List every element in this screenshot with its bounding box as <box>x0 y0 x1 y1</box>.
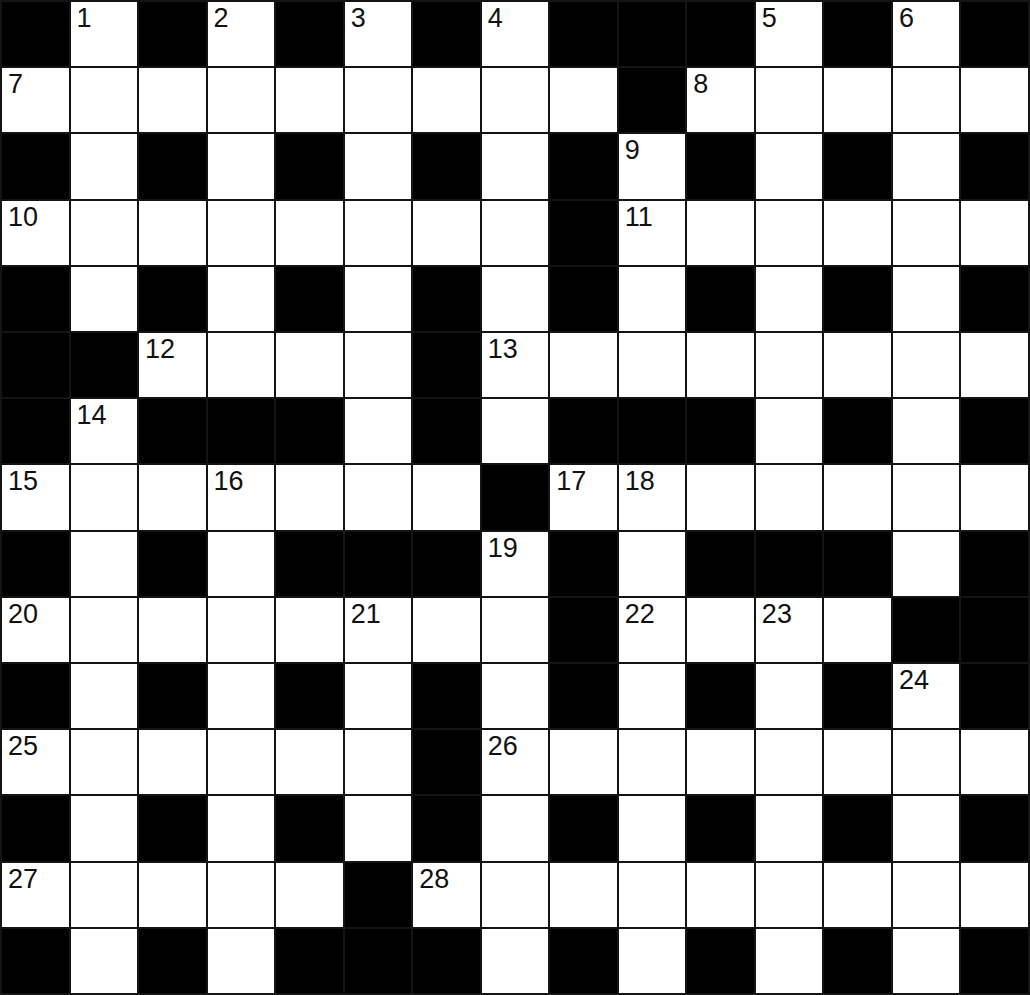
block-cell-r9c13 <box>824 532 891 596</box>
cell-r12c12[interactable] <box>756 730 823 794</box>
cell-r6c11[interactable] <box>687 333 754 397</box>
cell-r8c10[interactable]: 18 <box>619 465 686 529</box>
cell-r5c10[interactable] <box>619 267 686 331</box>
cell-r9c14[interactable] <box>893 532 960 596</box>
block-cell-r15c13 <box>824 929 891 993</box>
cell-r1c4[interactable]: 2 <box>208 2 275 66</box>
clue-number-11: 11 <box>625 203 653 231</box>
block-cell-r3c1 <box>2 134 69 198</box>
clue-number-10: 10 <box>8 203 38 231</box>
block-cell-r6c1 <box>2 333 69 397</box>
clue-number-21: 21 <box>351 600 381 628</box>
cell-r14c1[interactable]: 27 <box>2 863 69 927</box>
block-cell-r5c7 <box>413 267 480 331</box>
block-cell-r9c5 <box>276 532 343 596</box>
cell-r15c8[interactable] <box>482 929 549 993</box>
clue-number-12: 12 <box>145 335 175 363</box>
block-cell-r7c7 <box>413 399 480 463</box>
clue-number-3: 3 <box>351 4 366 32</box>
block-cell-r15c6 <box>345 929 412 993</box>
cell-r12c8[interactable]: 26 <box>482 730 549 794</box>
cell-r4c3[interactable] <box>139 201 206 265</box>
clue-number-5: 5 <box>762 4 777 32</box>
block-cell-r11c13 <box>824 664 891 728</box>
clue-number-4: 4 <box>488 4 503 32</box>
cell-r2c11[interactable]: 8 <box>687 68 754 132</box>
clue-number-13: 13 <box>488 335 518 363</box>
block-cell-r7c10 <box>619 399 686 463</box>
block-cell-r14c6 <box>345 863 412 927</box>
block-cell-r12c7 <box>413 730 480 794</box>
cell-r6c4[interactable] <box>208 333 275 397</box>
block-cell-r11c5 <box>276 664 343 728</box>
cell-r3c10[interactable]: 9 <box>619 134 686 198</box>
cell-r12c9[interactable] <box>550 730 617 794</box>
cell-r12c13[interactable] <box>824 730 891 794</box>
clue-number-23: 23 <box>762 600 792 628</box>
block-cell-r1c1 <box>2 2 69 66</box>
cell-r4c13[interactable] <box>824 201 891 265</box>
cell-r13c14[interactable] <box>893 796 960 860</box>
block-cell-r15c1 <box>2 929 69 993</box>
cell-r15c2[interactable] <box>71 929 138 993</box>
block-cell-r11c3 <box>139 664 206 728</box>
clue-number-17: 17 <box>556 467 586 495</box>
clue-number-20: 20 <box>8 600 38 628</box>
block-cell-r9c15 <box>961 532 1028 596</box>
cell-r4c10[interactable]: 11 <box>619 201 686 265</box>
cell-r8c6[interactable] <box>345 465 412 529</box>
cell-r10c12[interactable]: 23 <box>756 598 823 662</box>
cell-r8c14[interactable] <box>893 465 960 529</box>
cell-r8c12[interactable] <box>756 465 823 529</box>
block-cell-r7c1 <box>2 399 69 463</box>
cell-r8c11[interactable] <box>687 465 754 529</box>
cell-r14c11[interactable] <box>687 863 754 927</box>
cell-r4c7[interactable] <box>413 201 480 265</box>
cell-r3c4[interactable] <box>208 134 275 198</box>
cell-r7c6[interactable] <box>345 399 412 463</box>
block-cell-r3c9 <box>550 134 617 198</box>
block-cell-r9c6 <box>345 532 412 596</box>
cell-r10c2[interactable] <box>71 598 138 662</box>
cell-r11c14[interactable]: 24 <box>893 664 960 728</box>
block-cell-r9c12 <box>756 532 823 596</box>
cell-r2c14[interactable] <box>893 68 960 132</box>
clue-number-19: 19 <box>488 534 518 562</box>
cell-r13c8[interactable] <box>482 796 549 860</box>
cell-r9c4[interactable] <box>208 532 275 596</box>
block-cell-r13c13 <box>824 796 891 860</box>
block-cell-r15c9 <box>550 929 617 993</box>
block-cell-r11c7 <box>413 664 480 728</box>
block-cell-r1c15 <box>961 2 1028 66</box>
block-cell-r9c11 <box>687 532 754 596</box>
block-cell-r3c13 <box>824 134 891 198</box>
cell-r4c5[interactable] <box>276 201 343 265</box>
block-cell-r5c15 <box>961 267 1028 331</box>
cell-r14c10[interactable] <box>619 863 686 927</box>
block-cell-r13c11 <box>687 796 754 860</box>
cell-r1c8[interactable]: 4 <box>482 2 549 66</box>
cell-r10c8[interactable] <box>482 598 549 662</box>
cell-r12c10[interactable] <box>619 730 686 794</box>
cell-r15c12[interactable] <box>756 929 823 993</box>
cell-r8c3[interactable] <box>139 465 206 529</box>
cell-r6c10[interactable] <box>619 333 686 397</box>
cell-r12c15[interactable] <box>961 730 1028 794</box>
block-cell-r11c11 <box>687 664 754 728</box>
cell-r2c8[interactable] <box>482 68 549 132</box>
cell-r6c9[interactable] <box>550 333 617 397</box>
cell-r10c1[interactable]: 20 <box>2 598 69 662</box>
block-cell-r15c7 <box>413 929 480 993</box>
cell-r8c4[interactable]: 16 <box>208 465 275 529</box>
cell-r3c6[interactable] <box>345 134 412 198</box>
block-cell-r5c5 <box>276 267 343 331</box>
cell-r13c4[interactable] <box>208 796 275 860</box>
cell-r7c12[interactable] <box>756 399 823 463</box>
cell-r14c13[interactable] <box>824 863 891 927</box>
cell-r12c6[interactable] <box>345 730 412 794</box>
cell-r8c15[interactable] <box>961 465 1028 529</box>
block-cell-r1c13 <box>824 2 891 66</box>
cell-r6c6[interactable] <box>345 333 412 397</box>
cell-r4c12[interactable] <box>756 201 823 265</box>
cell-r8c9[interactable]: 17 <box>550 465 617 529</box>
clue-number-28: 28 <box>419 865 449 893</box>
cell-r6c12[interactable] <box>756 333 823 397</box>
block-cell-r7c4 <box>208 399 275 463</box>
cell-r12c1[interactable]: 25 <box>2 730 69 794</box>
cell-r4c14[interactable] <box>893 201 960 265</box>
block-cell-r3c5 <box>276 134 343 198</box>
cell-r12c11[interactable] <box>687 730 754 794</box>
cell-r9c10[interactable] <box>619 532 686 596</box>
cell-r2c4[interactable] <box>208 68 275 132</box>
block-cell-r15c3 <box>139 929 206 993</box>
block-cell-r7c5 <box>276 399 343 463</box>
cell-r3c8[interactable] <box>482 134 549 198</box>
block-cell-r5c1 <box>2 267 69 331</box>
cell-r10c13[interactable] <box>824 598 891 662</box>
cell-r11c2[interactable] <box>71 664 138 728</box>
block-cell-r7c15 <box>961 399 1028 463</box>
block-cell-r15c5 <box>276 929 343 993</box>
cell-r2c13[interactable] <box>824 68 891 132</box>
block-cell-r5c3 <box>139 267 206 331</box>
cell-r12c3[interactable] <box>139 730 206 794</box>
cell-r1c2[interactable]: 1 <box>71 2 138 66</box>
block-cell-r5c9 <box>550 267 617 331</box>
cell-r8c2[interactable] <box>71 465 138 529</box>
block-cell-r11c9 <box>550 664 617 728</box>
cell-r2c12[interactable] <box>756 68 823 132</box>
cell-r14c5[interactable] <box>276 863 343 927</box>
cell-r10c3[interactable] <box>139 598 206 662</box>
block-cell-r1c10 <box>619 2 686 66</box>
block-cell-r1c9 <box>550 2 617 66</box>
block-cell-r3c3 <box>139 134 206 198</box>
cell-r12c2[interactable] <box>71 730 138 794</box>
cell-r5c4[interactable] <box>208 267 275 331</box>
block-cell-r13c7 <box>413 796 480 860</box>
cell-r14c8[interactable] <box>482 863 549 927</box>
cell-r8c7[interactable] <box>413 465 480 529</box>
cell-r3c14[interactable] <box>893 134 960 198</box>
cell-r2c9[interactable] <box>550 68 617 132</box>
block-cell-r8c8 <box>482 465 549 529</box>
block-cell-r11c15 <box>961 664 1028 728</box>
block-cell-r6c7 <box>413 333 480 397</box>
cell-r6c8[interactable]: 13 <box>482 333 549 397</box>
block-cell-r13c1 <box>2 796 69 860</box>
cell-r9c2[interactable] <box>71 532 138 596</box>
block-cell-r9c7 <box>413 532 480 596</box>
cell-r4c15[interactable] <box>961 201 1028 265</box>
block-cell-r15c11 <box>687 929 754 993</box>
clue-number-7: 7 <box>8 70 23 98</box>
cell-r11c6[interactable] <box>345 664 412 728</box>
cell-r15c4[interactable] <box>208 929 275 993</box>
cell-r8c1[interactable]: 15 <box>2 465 69 529</box>
block-cell-r1c3 <box>139 2 206 66</box>
block-cell-r11c1 <box>2 664 69 728</box>
cell-r1c6[interactable]: 3 <box>345 2 412 66</box>
clue-number-22: 22 <box>625 600 655 628</box>
clue-number-6: 6 <box>899 4 914 32</box>
cell-r14c14[interactable] <box>893 863 960 927</box>
clue-number-15: 15 <box>8 467 38 495</box>
cell-r14c2[interactable] <box>71 863 138 927</box>
block-cell-r5c13 <box>824 267 891 331</box>
cell-r10c6[interactable]: 21 <box>345 598 412 662</box>
cell-r14c9[interactable] <box>550 863 617 927</box>
cell-r13c6[interactable] <box>345 796 412 860</box>
block-cell-r7c11 <box>687 399 754 463</box>
block-cell-r1c7 <box>413 2 480 66</box>
cell-r12c4[interactable] <box>208 730 275 794</box>
cell-r5c8[interactable] <box>482 267 549 331</box>
cell-r6c14[interactable] <box>893 333 960 397</box>
cell-r11c10[interactable] <box>619 664 686 728</box>
cell-r10c5[interactable] <box>276 598 343 662</box>
block-cell-r13c15 <box>961 796 1028 860</box>
block-cell-r3c11 <box>687 134 754 198</box>
block-cell-r9c1 <box>2 532 69 596</box>
cell-r2c1[interactable]: 7 <box>2 68 69 132</box>
block-cell-r7c9 <box>550 399 617 463</box>
clue-number-27: 27 <box>8 865 38 893</box>
cell-r7c2[interactable]: 14 <box>71 399 138 463</box>
clue-number-2: 2 <box>214 4 229 32</box>
cell-r2c5[interactable] <box>276 68 343 132</box>
cell-r1c14[interactable]: 6 <box>893 2 960 66</box>
cell-r2c7[interactable] <box>413 68 480 132</box>
cell-r3c2[interactable] <box>71 134 138 198</box>
cell-r4c6[interactable] <box>345 201 412 265</box>
block-cell-r5c11 <box>687 267 754 331</box>
cell-r15c14[interactable] <box>893 929 960 993</box>
block-cell-r10c9 <box>550 598 617 662</box>
cell-r4c11[interactable] <box>687 201 754 265</box>
block-cell-r10c15 <box>961 598 1028 662</box>
block-cell-r7c13 <box>824 399 891 463</box>
cell-r7c14[interactable] <box>893 399 960 463</box>
cell-r10c11[interactable] <box>687 598 754 662</box>
clue-number-18: 18 <box>625 467 655 495</box>
cell-r7c8[interactable] <box>482 399 549 463</box>
clue-number-24: 24 <box>899 666 929 694</box>
cell-r14c7[interactable]: 28 <box>413 863 480 927</box>
block-cell-r1c11 <box>687 2 754 66</box>
cell-r10c7[interactable] <box>413 598 480 662</box>
block-cell-r7c3 <box>139 399 206 463</box>
block-cell-r3c7 <box>413 134 480 198</box>
cell-r14c15[interactable] <box>961 863 1028 927</box>
cell-r13c12[interactable] <box>756 796 823 860</box>
block-cell-r3c15 <box>961 134 1028 198</box>
cell-r14c4[interactable] <box>208 863 275 927</box>
cell-r4c1[interactable]: 10 <box>2 201 69 265</box>
clue-number-1: 1 <box>77 4 92 32</box>
cell-r13c2[interactable] <box>71 796 138 860</box>
cell-r6c3[interactable]: 12 <box>139 333 206 397</box>
cell-r5c14[interactable] <box>893 267 960 331</box>
cell-r4c8[interactable] <box>482 201 549 265</box>
cell-r14c12[interactable] <box>756 863 823 927</box>
cell-r11c12[interactable] <box>756 664 823 728</box>
cell-r13c10[interactable] <box>619 796 686 860</box>
cell-r2c3[interactable] <box>139 68 206 132</box>
clue-number-26: 26 <box>488 732 518 760</box>
block-cell-r13c9 <box>550 796 617 860</box>
cell-r5c6[interactable] <box>345 267 412 331</box>
crossword-grid: 1234567891011121314151617181920212223242… <box>0 0 1030 995</box>
cell-r2c6[interactable] <box>345 68 412 132</box>
cell-r2c15[interactable] <box>961 68 1028 132</box>
clue-number-14: 14 <box>77 401 107 429</box>
cell-r1c12[interactable]: 5 <box>756 2 823 66</box>
cell-r12c5[interactable] <box>276 730 343 794</box>
cell-r5c2[interactable] <box>71 267 138 331</box>
cell-r10c10[interactable]: 22 <box>619 598 686 662</box>
clue-number-16: 16 <box>214 467 244 495</box>
cell-r6c13[interactable] <box>824 333 891 397</box>
cell-r6c15[interactable] <box>961 333 1028 397</box>
block-cell-r15c15 <box>961 929 1028 993</box>
block-cell-r2c10 <box>619 68 686 132</box>
cell-r11c8[interactable] <box>482 664 549 728</box>
cell-r11c4[interactable] <box>208 664 275 728</box>
cell-r4c2[interactable] <box>71 201 138 265</box>
clue-number-25: 25 <box>8 732 38 760</box>
block-cell-r10c14 <box>893 598 960 662</box>
block-cell-r9c3 <box>139 532 206 596</box>
cell-r4c4[interactable] <box>208 201 275 265</box>
clue-number-8: 8 <box>693 70 708 98</box>
block-cell-r13c3 <box>139 796 206 860</box>
block-cell-r6c2 <box>71 333 138 397</box>
cell-r2c2[interactable] <box>71 68 138 132</box>
cell-r8c13[interactable] <box>824 465 891 529</box>
block-cell-r9c9 <box>550 532 617 596</box>
cell-r5c12[interactable] <box>756 267 823 331</box>
cell-r15c10[interactable] <box>619 929 686 993</box>
block-cell-r13c5 <box>276 796 343 860</box>
cell-r3c12[interactable] <box>756 134 823 198</box>
clue-number-9: 9 <box>625 136 640 164</box>
cell-r12c14[interactable] <box>893 730 960 794</box>
cell-r8c5[interactable] <box>276 465 343 529</box>
cell-r6c5[interactable] <box>276 333 343 397</box>
block-cell-r4c9 <box>550 201 617 265</box>
block-cell-r1c5 <box>276 2 343 66</box>
cell-r10c4[interactable] <box>208 598 275 662</box>
cell-r9c8[interactable]: 19 <box>482 532 549 596</box>
cell-r14c3[interactable] <box>139 863 206 927</box>
